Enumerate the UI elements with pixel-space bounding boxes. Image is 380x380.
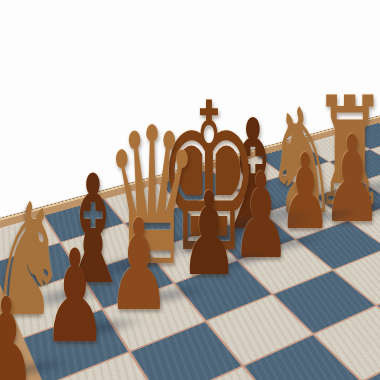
piece-pawn[interactable]: ♟ [180, 177, 238, 292]
piece-pawn[interactable]: ♟ [107, 203, 170, 329]
piece-pawn[interactable]: ♟ [0, 282, 36, 380]
pieces-layer: ♞♝♛♚♝♞♜♟♟♟♟♟♟♟ [0, 0, 380, 380]
chess-photo-scene: ♞♝♛♚♝♞♜♟♟♟♟♟♟♟ [0, 0, 380, 380]
piece-pawn[interactable]: ♟ [43, 233, 107, 361]
